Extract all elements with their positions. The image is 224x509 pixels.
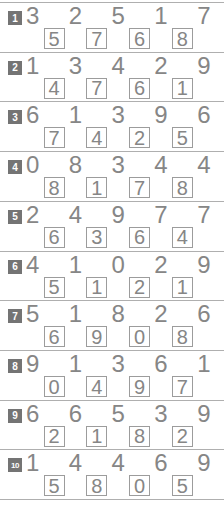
row-number-badge: 3 [8, 110, 22, 124]
given-digit: 4 [108, 452, 129, 474]
digit-grid: 913610497 [22, 353, 215, 399]
digit-grid: 518266908 [22, 303, 215, 349]
given-digit: 9 [150, 104, 171, 126]
answer-box[interactable]: 2 [129, 277, 150, 298]
answer-box[interactable]: 0 [44, 376, 65, 397]
answer-box[interactable]: 4 [44, 78, 65, 99]
answer-box[interactable]: 7 [44, 127, 65, 148]
answer-box[interactable]: 7 [86, 28, 107, 49]
given-digit: 6 [65, 403, 86, 425]
given-digit: 7 [193, 204, 214, 226]
answer-box[interactable]: 2 [44, 426, 65, 447]
row-number-badge: 7 [8, 309, 22, 323]
answer-box[interactable]: 6 [129, 28, 150, 49]
given-digit: 6 [150, 452, 171, 474]
given-digit: 9 [22, 353, 43, 375]
answer-box[interactable]: 0 [129, 475, 150, 496]
row-number-badge: 9 [8, 409, 22, 423]
given-digit: 1 [65, 353, 86, 375]
given-digit: 1 [65, 104, 86, 126]
given-digit: 3 [65, 55, 86, 77]
row-number-badge: 1 [8, 11, 22, 25]
given-digit: 6 [193, 303, 214, 325]
answer-box[interactable]: 5 [44, 475, 65, 496]
given-digit: 0 [108, 254, 129, 276]
answer-box[interactable]: 4 [172, 227, 193, 248]
answer-box[interactable]: 8 [172, 28, 193, 49]
given-digit: 4 [150, 154, 171, 176]
puzzle-row: 1325175768 [0, 2, 224, 52]
given-digit: 3 [108, 154, 129, 176]
puzzle-row: 8913610497 [0, 350, 224, 400]
given-digit: 4 [65, 452, 86, 474]
puzzle-row: 5249776364 [0, 201, 224, 251]
answer-box[interactable]: 8 [172, 326, 193, 347]
row-number-badge: 2 [8, 61, 22, 75]
answer-box[interactable]: 5 [172, 127, 193, 148]
bottom-rule [0, 499, 224, 500]
row-number-badge: 5 [8, 210, 22, 224]
given-digit: 9 [193, 403, 214, 425]
answer-box[interactable]: 4 [86, 127, 107, 148]
given-digit: 7 [193, 5, 214, 27]
answer-box[interactable]: 4 [86, 376, 107, 397]
given-digit: 4 [108, 55, 129, 77]
given-digit: 9 [193, 254, 214, 276]
row-number-badge: 10 [8, 458, 22, 472]
answer-box[interactable]: 5 [172, 475, 193, 496]
answer-box[interactable]: 8 [129, 426, 150, 447]
answer-box[interactable]: 9 [129, 376, 150, 397]
given-digit: 2 [22, 204, 43, 226]
digit-grid: 325175768 [22, 5, 215, 51]
given-digit: 6 [22, 104, 43, 126]
puzzle-row: 6410295121 [0, 251, 224, 301]
row-number-badge: 4 [8, 160, 22, 174]
given-digit: 1 [65, 254, 86, 276]
given-digit: 2 [65, 5, 86, 27]
given-digit: 2 [150, 55, 171, 77]
given-digit: 4 [193, 154, 214, 176]
given-digit: 7 [150, 204, 171, 226]
answer-box[interactable]: 6 [44, 326, 65, 347]
given-digit: 5 [22, 303, 43, 325]
given-digit: 6 [150, 353, 171, 375]
given-digit: 6 [22, 403, 43, 425]
answer-box[interactable]: 1 [172, 277, 193, 298]
given-digit: 1 [65, 303, 86, 325]
answer-box[interactable]: 2 [172, 426, 193, 447]
given-digit: 6 [193, 104, 214, 126]
given-digit: 3 [108, 353, 129, 375]
answer-box[interactable]: 8 [44, 177, 65, 198]
given-digit: 4 [22, 254, 43, 276]
answer-box[interactable]: 1 [86, 277, 107, 298]
given-digit: 2 [150, 303, 171, 325]
given-digit: 5 [108, 403, 129, 425]
digit-grid: 249776364 [22, 204, 215, 250]
answer-box[interactable]: 5 [44, 277, 65, 298]
given-digit: 0 [22, 154, 43, 176]
digit-grid: 083448178 [22, 154, 215, 200]
answer-box[interactable]: 9 [86, 326, 107, 347]
given-digit: 9 [193, 55, 214, 77]
given-digit: 3 [108, 104, 129, 126]
given-digit: 1 [22, 55, 43, 77]
given-digit: 5 [108, 5, 129, 27]
given-digit: 3 [150, 403, 171, 425]
answer-box[interactable]: 7 [129, 177, 150, 198]
given-digit: 1 [150, 5, 171, 27]
answer-box[interactable]: 6 [129, 78, 150, 99]
puzzle-row: 3613967425 [0, 101, 224, 151]
digit-grid: 665392182 [22, 403, 215, 449]
answer-box[interactable]: 1 [86, 177, 107, 198]
digit-grid: 410295121 [22, 254, 215, 300]
given-digit: 9 [108, 204, 129, 226]
answer-box[interactable]: 1 [86, 426, 107, 447]
answer-box[interactable]: 8 [86, 475, 107, 496]
puzzle-row: 10144695805 [0, 449, 224, 499]
answer-box[interactable]: 6 [129, 227, 150, 248]
row-number-badge: 8 [8, 359, 22, 373]
digit-grid: 613967425 [22, 104, 215, 150]
answer-box[interactable]: 5 [44, 28, 65, 49]
given-digit: 1 [22, 452, 43, 474]
answer-box[interactable]: 7 [86, 78, 107, 99]
answer-box[interactable]: 8 [172, 177, 193, 198]
answer-box[interactable]: 7 [172, 376, 193, 397]
answer-box[interactable]: 3 [86, 227, 107, 248]
digit-grid: 134294761 [22, 55, 215, 101]
puzzle-row: 4083448178 [0, 151, 224, 201]
row-number-badge: 6 [8, 260, 22, 274]
puzzle-row: 7518266908 [0, 300, 224, 350]
given-digit: 9 [193, 452, 214, 474]
worksheet: 1325175768213429476136139674254083448178… [0, 0, 224, 509]
answer-box[interactable]: 6 [44, 227, 65, 248]
given-digit: 2 [150, 254, 171, 276]
given-digit: 8 [108, 303, 129, 325]
given-digit: 1 [193, 353, 214, 375]
puzzle-row: 2134294761 [0, 52, 224, 102]
answer-box[interactable]: 2 [129, 127, 150, 148]
digit-grid: 144695805 [22, 452, 215, 498]
puzzle-row: 9665392182 [0, 400, 224, 450]
given-digit: 3 [22, 5, 43, 27]
answer-box[interactable]: 1 [172, 78, 193, 99]
answer-box[interactable]: 0 [129, 326, 150, 347]
given-digit: 8 [65, 154, 86, 176]
given-digit: 4 [65, 204, 86, 226]
